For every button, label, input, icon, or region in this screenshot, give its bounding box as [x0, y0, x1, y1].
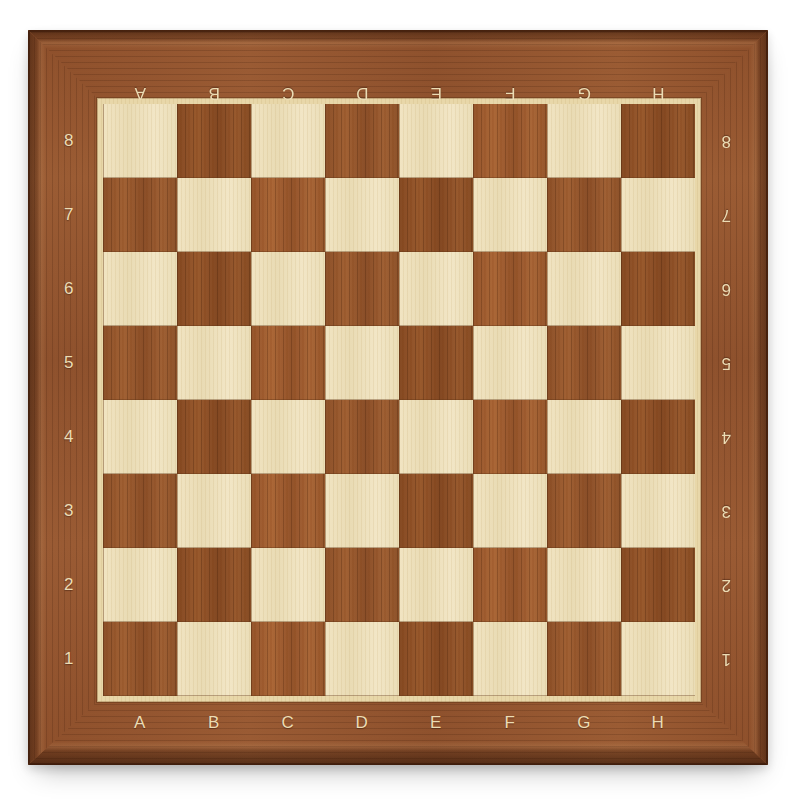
coord-bottom-a: A [103, 710, 177, 736]
square-h7[interactable] [621, 178, 695, 252]
square-c6[interactable] [251, 252, 325, 326]
square-b8[interactable] [177, 104, 251, 178]
square-f7[interactable] [473, 178, 547, 252]
coord-right-8: 8 [713, 104, 739, 178]
coord-bottom-f: F [473, 710, 547, 736]
square-b3[interactable] [177, 474, 251, 548]
square-g7[interactable] [547, 178, 621, 252]
square-e8[interactable] [399, 104, 473, 178]
coord-left-6: 6 [56, 252, 82, 326]
coord-left-3: 3 [56, 474, 82, 548]
coord-bottom-c: C [251, 710, 325, 736]
square-h3[interactable] [621, 474, 695, 548]
square-d2[interactable] [325, 548, 399, 622]
coord-bottom-g: G [547, 710, 621, 736]
square-e3[interactable] [399, 474, 473, 548]
square-e7[interactable] [399, 178, 473, 252]
square-c1[interactable] [251, 622, 325, 696]
coord-top-b: B [177, 80, 251, 106]
square-f4[interactable] [473, 400, 547, 474]
square-g4[interactable] [547, 400, 621, 474]
rank-labels-right: 87654321 [713, 104, 739, 696]
square-d5[interactable] [325, 326, 399, 400]
square-g5[interactable] [547, 326, 621, 400]
coord-top-g: G [547, 80, 621, 106]
coord-bottom-h: H [621, 710, 695, 736]
square-b2[interactable] [177, 548, 251, 622]
square-d3[interactable] [325, 474, 399, 548]
square-a2[interactable] [103, 548, 177, 622]
square-d7[interactable] [325, 178, 399, 252]
coord-top-f: F [473, 80, 547, 106]
square-g1[interactable] [547, 622, 621, 696]
coord-right-6: 6 [713, 252, 739, 326]
square-b7[interactable] [177, 178, 251, 252]
square-g2[interactable] [547, 548, 621, 622]
square-g3[interactable] [547, 474, 621, 548]
square-f1[interactable] [473, 622, 547, 696]
coord-left-8: 8 [56, 104, 82, 178]
square-d1[interactable] [325, 622, 399, 696]
square-c5[interactable] [251, 326, 325, 400]
square-a6[interactable] [103, 252, 177, 326]
rank-labels-left: 87654321 [56, 104, 82, 696]
square-e4[interactable] [399, 400, 473, 474]
file-labels-bottom: ABCDEFGH [103, 710, 695, 736]
file-labels-top: ABCDEFGH [103, 80, 695, 106]
square-a4[interactable] [103, 400, 177, 474]
coord-right-4: 4 [713, 400, 739, 474]
square-h4[interactable] [621, 400, 695, 474]
square-b1[interactable] [177, 622, 251, 696]
coord-left-7: 7 [56, 178, 82, 252]
coord-right-1: 1 [713, 622, 739, 696]
square-c8[interactable] [251, 104, 325, 178]
coord-top-a: A [103, 80, 177, 106]
coord-bottom-b: B [177, 710, 251, 736]
square-h2[interactable] [621, 548, 695, 622]
coord-left-1: 1 [56, 622, 82, 696]
square-d8[interactable] [325, 104, 399, 178]
square-f2[interactable] [473, 548, 547, 622]
coord-right-2: 2 [713, 548, 739, 622]
coord-bottom-e: E [399, 710, 473, 736]
square-g8[interactable] [547, 104, 621, 178]
square-b6[interactable] [177, 252, 251, 326]
coord-right-3: 3 [713, 474, 739, 548]
coord-left-5: 5 [56, 326, 82, 400]
square-a7[interactable] [103, 178, 177, 252]
square-h5[interactable] [621, 326, 695, 400]
coord-top-d: D [325, 80, 399, 106]
square-e6[interactable] [399, 252, 473, 326]
square-f5[interactable] [473, 326, 547, 400]
chessboard: ABCDEFGH ABCDEFGH 87654321 87654321 [28, 30, 768, 765]
square-b4[interactable] [177, 400, 251, 474]
square-h8[interactable] [621, 104, 695, 178]
square-a8[interactable] [103, 104, 177, 178]
square-c2[interactable] [251, 548, 325, 622]
square-f3[interactable] [473, 474, 547, 548]
coord-top-e: E [399, 80, 473, 106]
square-c7[interactable] [251, 178, 325, 252]
square-a5[interactable] [103, 326, 177, 400]
square-d6[interactable] [325, 252, 399, 326]
coord-top-c: C [251, 80, 325, 106]
coord-left-2: 2 [56, 548, 82, 622]
square-f6[interactable] [473, 252, 547, 326]
square-f8[interactable] [473, 104, 547, 178]
square-h6[interactable] [621, 252, 695, 326]
board-grid [103, 104, 695, 696]
coord-left-4: 4 [56, 400, 82, 474]
square-a1[interactable] [103, 622, 177, 696]
coord-right-7: 7 [713, 178, 739, 252]
square-b5[interactable] [177, 326, 251, 400]
square-g6[interactable] [547, 252, 621, 326]
square-e1[interactable] [399, 622, 473, 696]
coord-bottom-d: D [325, 710, 399, 736]
square-c3[interactable] [251, 474, 325, 548]
square-h1[interactable] [621, 622, 695, 696]
coord-right-5: 5 [713, 326, 739, 400]
square-e2[interactable] [399, 548, 473, 622]
square-a3[interactable] [103, 474, 177, 548]
square-c4[interactable] [251, 400, 325, 474]
coord-top-h: H [621, 80, 695, 106]
square-d4[interactable] [325, 400, 399, 474]
square-e5[interactable] [399, 326, 473, 400]
